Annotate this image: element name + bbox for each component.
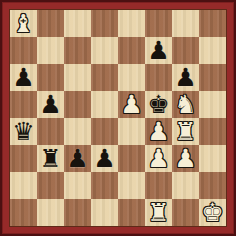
square-b2[interactable] bbox=[37, 172, 64, 199]
square-h6[interactable] bbox=[199, 64, 226, 91]
black-king: ♚ bbox=[147, 92, 169, 118]
square-c3[interactable]: ♟ bbox=[64, 145, 91, 172]
square-g8[interactable] bbox=[172, 10, 199, 37]
square-d8[interactable] bbox=[91, 10, 118, 37]
black-rook: ♜ bbox=[39, 146, 61, 172]
square-b1[interactable] bbox=[37, 199, 64, 226]
white-rook: ♜ bbox=[147, 200, 169, 226]
square-g4[interactable]: ♜ bbox=[172, 118, 199, 145]
square-e5[interactable]: ♟ bbox=[118, 91, 145, 118]
square-b3[interactable]: ♜ bbox=[37, 145, 64, 172]
square-e3[interactable] bbox=[118, 145, 145, 172]
square-e7[interactable] bbox=[118, 37, 145, 64]
square-f8[interactable] bbox=[145, 10, 172, 37]
black-pawn: ♟ bbox=[93, 146, 115, 172]
black-queen: ♛ bbox=[12, 119, 34, 145]
square-f1[interactable]: ♜ bbox=[145, 199, 172, 226]
square-g5[interactable]: ♞ bbox=[172, 91, 199, 118]
white-rook: ♜ bbox=[174, 119, 196, 145]
square-f4[interactable]: ♟ bbox=[145, 118, 172, 145]
square-h7[interactable] bbox=[199, 37, 226, 64]
white-king: ♚ bbox=[201, 200, 223, 226]
white-bishop: ♝ bbox=[12, 11, 34, 37]
square-c2[interactable] bbox=[64, 172, 91, 199]
square-a7[interactable] bbox=[10, 37, 37, 64]
square-f3[interactable]: ♟ bbox=[145, 145, 172, 172]
square-a3[interactable] bbox=[10, 145, 37, 172]
square-e4[interactable] bbox=[118, 118, 145, 145]
black-pawn: ♟ bbox=[12, 65, 34, 91]
square-h8[interactable] bbox=[199, 10, 226, 37]
square-h2[interactable] bbox=[199, 172, 226, 199]
square-d7[interactable] bbox=[91, 37, 118, 64]
white-pawn: ♟ bbox=[147, 119, 169, 145]
black-pawn: ♟ bbox=[66, 146, 88, 172]
square-b8[interactable] bbox=[37, 10, 64, 37]
black-pawn: ♟ bbox=[39, 92, 61, 118]
square-b4[interactable] bbox=[37, 118, 64, 145]
square-a6[interactable]: ♟ bbox=[10, 64, 37, 91]
square-d3[interactable]: ♟ bbox=[91, 145, 118, 172]
square-f7[interactable]: ♟ bbox=[145, 37, 172, 64]
square-c6[interactable] bbox=[64, 64, 91, 91]
square-g1[interactable] bbox=[172, 199, 199, 226]
chess-board-frame: ♝♟♟♟♟♟♚♞♛♟♜♜♟♟♟♟♜♚ bbox=[0, 0, 236, 236]
white-pawn: ♟ bbox=[147, 146, 169, 172]
square-f2[interactable] bbox=[145, 172, 172, 199]
square-a4[interactable]: ♛ bbox=[10, 118, 37, 145]
square-e1[interactable] bbox=[118, 199, 145, 226]
square-g7[interactable] bbox=[172, 37, 199, 64]
square-g6[interactable]: ♟ bbox=[172, 64, 199, 91]
square-c8[interactable] bbox=[64, 10, 91, 37]
chess-board: ♝♟♟♟♟♟♚♞♛♟♜♜♟♟♟♟♜♚ bbox=[10, 10, 226, 226]
square-e2[interactable] bbox=[118, 172, 145, 199]
square-d5[interactable] bbox=[91, 91, 118, 118]
black-pawn: ♟ bbox=[174, 65, 196, 91]
square-f5[interactable]: ♚ bbox=[145, 91, 172, 118]
square-g3[interactable]: ♟ bbox=[172, 145, 199, 172]
white-pawn: ♟ bbox=[174, 146, 196, 172]
square-a2[interactable] bbox=[10, 172, 37, 199]
square-f6[interactable] bbox=[145, 64, 172, 91]
white-pawn: ♟ bbox=[120, 92, 142, 118]
square-d2[interactable] bbox=[91, 172, 118, 199]
square-c7[interactable] bbox=[64, 37, 91, 64]
square-d6[interactable] bbox=[91, 64, 118, 91]
square-g2[interactable] bbox=[172, 172, 199, 199]
square-d1[interactable] bbox=[91, 199, 118, 226]
square-e6[interactable] bbox=[118, 64, 145, 91]
square-b6[interactable] bbox=[37, 64, 64, 91]
square-h3[interactable] bbox=[199, 145, 226, 172]
square-h5[interactable] bbox=[199, 91, 226, 118]
square-b7[interactable] bbox=[37, 37, 64, 64]
black-pawn: ♟ bbox=[147, 38, 169, 64]
square-a8[interactable]: ♝ bbox=[10, 10, 37, 37]
square-c4[interactable] bbox=[64, 118, 91, 145]
square-e8[interactable] bbox=[118, 10, 145, 37]
square-h4[interactable] bbox=[199, 118, 226, 145]
square-b5[interactable]: ♟ bbox=[37, 91, 64, 118]
square-c1[interactable] bbox=[64, 199, 91, 226]
square-h1[interactable]: ♚ bbox=[199, 199, 226, 226]
square-c5[interactable] bbox=[64, 91, 91, 118]
square-d4[interactable] bbox=[91, 118, 118, 145]
square-a5[interactable] bbox=[10, 91, 37, 118]
square-a1[interactable] bbox=[10, 199, 37, 226]
white-knight: ♞ bbox=[174, 92, 196, 118]
